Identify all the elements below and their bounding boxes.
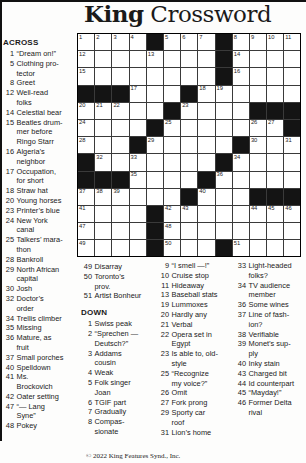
clue-text: Oater setting <box>17 392 59 402</box>
white-cell[interactable]: 34 <box>233 154 249 170</box>
clue-text: Clothing pro- tector <box>17 59 59 79</box>
clue-text: Beatles drum- mer before Ringo Starr <box>17 118 63 147</box>
clue-text: Charged bit <box>249 369 287 379</box>
clue-text: North African capital <box>17 265 60 285</box>
clue-text: Josh <box>17 284 33 294</box>
cell-number: 11 <box>285 35 291 41</box>
white-cell[interactable]: 19 <box>216 86 232 102</box>
white-cell[interactable] <box>164 172 180 188</box>
clue-row: 43Charged bit <box>234 369 306 379</box>
white-cell[interactable] <box>147 172 163 188</box>
cell-number: 21 <box>96 103 102 109</box>
title-king: King <box>84 0 144 27</box>
black-cell <box>216 68 232 84</box>
clue-number: 10 <box>157 271 172 281</box>
black-cell <box>112 172 128 188</box>
cell-number: 17 <box>131 86 137 92</box>
black-cell <box>267 103 283 119</box>
white-cell[interactable] <box>216 137 232 153</box>
white-cell[interactable] <box>164 189 180 205</box>
white-cell[interactable] <box>216 120 232 136</box>
white-cell[interactable] <box>147 189 163 205</box>
white-cell[interactable] <box>147 86 163 102</box>
white-cell[interactable]: 48 <box>164 223 180 239</box>
clue-text: Inky stain <box>249 359 280 369</box>
clue-number: 51 <box>80 291 95 301</box>
white-cell[interactable] <box>250 223 266 239</box>
clue-text: Lion’s home <box>172 428 212 438</box>
white-cell[interactable]: 10 <box>267 34 283 50</box>
clue-number: 5 <box>2 59 17 69</box>
white-cell[interactable]: 28 <box>78 137 94 153</box>
clue-row: 40Inky stain <box>234 359 306 369</box>
white-cell[interactable] <box>198 68 214 84</box>
clue-text: Fork prong <box>172 398 208 408</box>
across-header: ACROSS <box>3 38 76 47</box>
white-cell[interactable]: 40 <box>198 189 214 205</box>
clue-number: 17 <box>2 167 17 177</box>
clue-text: Well-read folks <box>17 88 49 108</box>
cell-number: 16 <box>234 69 240 75</box>
white-cell[interactable] <box>147 68 163 84</box>
white-cell[interactable] <box>164 137 180 153</box>
clue-number: 4 <box>80 368 95 378</box>
white-cell[interactable] <box>112 154 128 170</box>
cell-number: 24 <box>79 120 85 126</box>
clue-text: Folk singer Joan <box>95 378 131 398</box>
white-cell[interactable] <box>181 172 197 188</box>
white-cell[interactable]: 31 <box>284 137 300 153</box>
white-cell[interactable] <box>95 51 111 67</box>
across-clue-list: 1“Dream on!”5Clothing pro- tector8Greet1… <box>2 49 76 431</box>
white-cell[interactable] <box>267 172 283 188</box>
white-cell[interactable]: 3 <box>112 34 128 50</box>
cell-number: 51 <box>234 241 240 247</box>
clue-text: “Dream on!” <box>17 49 56 59</box>
clue-number: 1 <box>80 319 95 329</box>
clue-row: 27Fork prong <box>157 398 236 408</box>
white-cell[interactable]: 49 <box>78 240 94 256</box>
clue-number: 41 <box>2 372 17 382</box>
clue-text: Addams cousin <box>95 349 122 369</box>
clue-number: 35 <box>2 323 17 333</box>
white-cell[interactable]: 50 <box>164 240 180 256</box>
cell-number: 22 <box>113 103 119 109</box>
clue-number: 22 <box>157 330 172 340</box>
clue-number: 36 <box>2 333 17 343</box>
clue-number: 34 <box>234 281 249 291</box>
white-cell[interactable]: 9 <box>250 34 266 50</box>
cell-number: 41 <box>79 206 85 212</box>
clue-text: Printer’s blue <box>17 206 60 216</box>
white-cell[interactable] <box>164 51 180 67</box>
clue-text: Cruise stop <box>172 271 209 281</box>
white-cell[interactable] <box>250 86 266 102</box>
black-cell <box>216 240 232 256</box>
across-clue-list-tail: 49Disarray50Toronto’s prov.51Artist Bonh… <box>80 262 157 301</box>
clue-text: Is able to, old- style <box>172 349 218 369</box>
cell-number: 33 <box>131 155 137 161</box>
clue-row: 23Printer’s blue <box>2 206 76 216</box>
cell-number: 5 <box>165 35 168 41</box>
clue-text: Line of fash- ion? <box>249 310 290 330</box>
white-cell[interactable] <box>233 206 249 222</box>
clue-text: Algeria’s neighbor <box>17 147 46 167</box>
clue-number: 21 <box>157 320 172 330</box>
clue-row: 25Talkers’ mara- thon <box>2 235 76 255</box>
clue-text: Hideaway <box>172 281 204 291</box>
white-cell[interactable]: 30 <box>250 137 266 153</box>
clue-row: 48Pokey <box>2 421 76 431</box>
white-cell[interactable] <box>181 240 197 256</box>
clue-text: Omit <box>172 388 188 398</box>
black-cell <box>78 154 94 170</box>
clue-number: 43 <box>234 369 249 379</box>
white-cell[interactable] <box>233 189 249 205</box>
clue-text: Weak <box>95 368 114 378</box>
clue-number: 23 <box>2 206 17 216</box>
clue-text: Light-headed folks? <box>249 261 292 281</box>
clue-row: 21Verbal <box>157 320 236 330</box>
white-cell[interactable]: 37 <box>78 189 94 205</box>
white-cell[interactable] <box>198 154 214 170</box>
clue-text: Disarray <box>95 262 123 272</box>
clue-row: 22Opera set in Egypt <box>157 330 236 350</box>
clue-row: 50Toronto’s prov. <box>80 272 157 292</box>
white-cell[interactable]: 1 <box>78 34 94 50</box>
white-cell[interactable]: 43 <box>181 206 197 222</box>
white-cell[interactable] <box>284 223 300 239</box>
white-cell[interactable]: 41 <box>78 206 94 222</box>
white-cell[interactable]: 47 <box>78 223 94 239</box>
white-cell[interactable] <box>198 51 214 67</box>
down-clue-list-3: 33Light-headed folks?34TV audience membe… <box>234 261 306 418</box>
white-cell[interactable] <box>250 154 266 170</box>
cell-number: 10 <box>268 35 274 41</box>
white-cell[interactable] <box>112 223 128 239</box>
white-cell[interactable] <box>95 240 111 256</box>
white-cell[interactable]: 45 <box>267 206 283 222</box>
white-cell[interactable] <box>164 154 180 170</box>
cell-number: 46 <box>285 206 291 212</box>
clue-row: 37Line of fash- ion? <box>234 310 306 330</box>
white-cell[interactable] <box>147 103 163 119</box>
cell-number: 23 <box>182 103 188 109</box>
white-cell[interactable] <box>95 206 111 222</box>
clue-number: 25 <box>2 235 17 245</box>
white-cell[interactable]: 2 <box>95 34 111 50</box>
cell-number: 44 <box>251 206 257 212</box>
white-cell[interactable] <box>284 240 300 256</box>
white-cell[interactable]: 21 <box>95 103 111 119</box>
white-cell[interactable] <box>284 172 300 188</box>
white-cell[interactable]: 5 <box>164 34 180 50</box>
white-cell[interactable] <box>250 240 266 256</box>
white-cell[interactable] <box>284 86 300 102</box>
black-cell <box>284 120 300 136</box>
down-header: DOWN <box>81 308 157 317</box>
white-cell[interactable]: 24 <box>78 120 94 136</box>
clue-text: Baseball stats <box>172 290 218 300</box>
white-cell[interactable]: 4 <box>130 34 146 50</box>
black-cell <box>181 189 197 205</box>
clue-text: Id counterpart <box>249 379 295 389</box>
clue-number: 20 <box>2 196 17 206</box>
white-cell[interactable] <box>95 137 111 153</box>
page-title: King Crossword <box>84 0 234 27</box>
clue-row: 2“Sprechen — Deutsch?” <box>80 329 157 349</box>
clue-number: 18 <box>2 186 17 196</box>
white-cell[interactable] <box>233 86 249 102</box>
clue-row: 28Bankroll <box>2 255 76 265</box>
white-cell[interactable]: 35 <box>130 172 146 188</box>
white-cell[interactable]: 7 <box>198 34 214 50</box>
white-cell[interactable] <box>284 68 300 84</box>
clue-row: 23Is able to, old- style <box>157 349 236 369</box>
white-cell[interactable]: 25 <box>164 120 180 136</box>
white-cell[interactable] <box>198 223 214 239</box>
white-cell[interactable]: 15 <box>78 68 94 84</box>
white-cell[interactable] <box>112 137 128 153</box>
white-cell[interactable]: 20 <box>78 103 94 119</box>
white-cell[interactable] <box>112 206 128 222</box>
cell-number: 18 <box>199 86 205 92</box>
clue-number: 31 <box>157 428 172 438</box>
white-cell[interactable] <box>267 154 283 170</box>
clue-row: 29North African capital <box>2 265 76 285</box>
white-cell[interactable]: 27 <box>267 120 283 136</box>
cell-number: 13 <box>148 52 154 58</box>
white-cell[interactable] <box>181 51 197 67</box>
white-cell[interactable] <box>181 120 197 136</box>
clue-text: Pokey <box>17 421 38 431</box>
white-cell[interactable] <box>250 172 266 188</box>
clue-row: 40Spelldown <box>2 363 76 373</box>
white-cell[interactable] <box>216 189 232 205</box>
white-cell[interactable]: 14 <box>233 51 249 67</box>
white-cell[interactable] <box>112 120 128 136</box>
clue-text: Celestial bear <box>17 108 62 118</box>
clue-number: 2 <box>80 329 95 339</box>
cell-number: 48 <box>165 224 171 230</box>
cell-number: 26 <box>251 120 257 126</box>
cell-number: 36 <box>217 172 223 178</box>
white-cell[interactable]: 42 <box>164 206 180 222</box>
white-cell[interactable] <box>198 120 214 136</box>
white-cell[interactable] <box>112 68 128 84</box>
white-cell[interactable] <box>147 154 163 170</box>
white-cell[interactable] <box>267 223 283 239</box>
white-cell[interactable] <box>198 103 214 119</box>
clue-number: 50 <box>80 272 95 282</box>
white-cell[interactable]: 29 <box>147 137 163 153</box>
clue-row: 25“Recognize my voice?” <box>157 369 236 389</box>
white-cell[interactable] <box>95 120 111 136</box>
clue-text: Doctor’s order <box>17 294 44 314</box>
white-cell[interactable] <box>284 154 300 170</box>
clue-number: 19 <box>157 300 172 310</box>
clue-row: 29Sporty car roof <box>157 408 236 428</box>
white-cell[interactable] <box>216 223 232 239</box>
black-cell <box>250 189 266 205</box>
white-cell[interactable] <box>267 137 283 153</box>
clue-text: Toronto’s prov. <box>95 272 125 292</box>
clue-row: 49Disarray <box>80 262 157 272</box>
white-cell[interactable] <box>130 240 146 256</box>
white-cell[interactable] <box>284 51 300 67</box>
clue-number: 30 <box>2 284 17 294</box>
white-cell[interactable] <box>130 51 146 67</box>
white-cell[interactable] <box>181 154 197 170</box>
clue-number: 13 <box>157 290 172 300</box>
clue-number: 37 <box>234 310 249 320</box>
clue-text: New York canal <box>17 216 48 236</box>
white-cell[interactable] <box>198 206 214 222</box>
clue-row: 15Beatles drum- mer before Ringo Starr <box>2 118 76 147</box>
white-cell[interactable] <box>267 68 283 84</box>
white-cell[interactable]: 33 <box>130 154 146 170</box>
black-cell <box>284 189 300 205</box>
clue-row: 42Oater setting <box>2 392 76 402</box>
white-cell[interactable] <box>130 103 146 119</box>
white-cell[interactable]: 8 <box>233 34 249 50</box>
white-cell[interactable] <box>216 103 232 119</box>
white-cell[interactable] <box>198 240 214 256</box>
clue-text: Monet’s sup- ply <box>249 339 291 359</box>
white-cell[interactable] <box>233 223 249 239</box>
white-cell[interactable] <box>233 103 249 119</box>
clue-text: “— Lang Syne” <box>17 402 45 422</box>
black-cell <box>164 103 180 119</box>
cell-number: 9 <box>251 35 254 41</box>
white-cell[interactable] <box>130 189 146 205</box>
white-cell[interactable] <box>198 137 214 153</box>
clue-row: 5Folk singer Joan <box>80 378 157 398</box>
white-cell[interactable]: 44 <box>250 206 266 222</box>
white-cell[interactable] <box>250 51 266 67</box>
clue-text: Bankroll <box>17 255 44 265</box>
white-cell[interactable] <box>216 206 232 222</box>
white-cell[interactable] <box>181 68 197 84</box>
white-cell[interactable] <box>130 223 146 239</box>
white-cell[interactable] <box>233 172 249 188</box>
across-clue-column: ACROSS 1“Dream on!”5Clothing pro- tector… <box>2 38 76 431</box>
cell-number: 49 <box>79 241 85 247</box>
white-cell[interactable]: 17 <box>130 86 146 102</box>
clue-row: 36Some wines <box>234 300 306 310</box>
clue-number: 49 <box>80 262 95 272</box>
clue-number: 38 <box>234 330 249 340</box>
clue-number: 44 <box>234 379 249 389</box>
white-cell[interactable] <box>181 137 197 153</box>
clue-row: 1“Dream on!” <box>2 49 76 59</box>
clue-row: 46Former Delta rival <box>234 398 306 418</box>
clue-text: Hardly any <box>172 310 207 320</box>
clue-number: 25 <box>157 369 172 379</box>
clue-text: “I smell —!” <box>172 261 210 271</box>
clue-row: 3Addams cousin <box>80 349 157 369</box>
clue-row: 17Occupation, for short <box>2 167 76 187</box>
cell-number: 37 <box>79 189 85 195</box>
clue-number: 33 <box>234 261 249 271</box>
white-cell[interactable]: 46 <box>284 206 300 222</box>
clue-row: 26Omit <box>157 388 236 398</box>
white-cell[interactable]: 6 <box>181 34 197 50</box>
black-cell <box>216 51 232 67</box>
clue-text: Straw hat <box>17 186 48 196</box>
clue-number: 46 <box>234 398 249 408</box>
clue-number: 20 <box>157 310 172 320</box>
white-cell[interactable] <box>267 240 283 256</box>
clue-number: 11 <box>157 281 172 291</box>
clue-number: 5 <box>80 378 95 388</box>
white-cell[interactable]: 51 <box>233 240 249 256</box>
white-cell[interactable] <box>267 86 283 102</box>
white-cell[interactable]: 26 <box>250 120 266 136</box>
white-cell[interactable] <box>112 51 128 67</box>
white-cell[interactable] <box>164 68 180 84</box>
white-cell[interactable] <box>130 206 146 222</box>
white-cell[interactable] <box>95 68 111 84</box>
white-cell[interactable]: 23 <box>181 103 197 119</box>
clue-number: 15 <box>2 118 17 128</box>
clue-row: 35Missing <box>2 323 76 333</box>
white-cell[interactable]: 39 <box>112 189 128 205</box>
clue-number: 23 <box>157 349 172 359</box>
cell-number: 19 <box>217 86 223 92</box>
white-cell[interactable] <box>181 223 197 239</box>
black-cell <box>112 86 128 102</box>
white-cell[interactable]: 16 <box>233 68 249 84</box>
white-cell[interactable]: 18 <box>198 86 214 102</box>
clue-text: “Mayday!” <box>249 388 282 398</box>
white-cell[interactable] <box>95 223 111 239</box>
white-cell[interactable] <box>130 68 146 84</box>
black-cell <box>181 86 197 102</box>
clue-text: Gradually <box>95 407 127 417</box>
white-cell[interactable] <box>250 68 266 84</box>
white-cell[interactable]: 32 <box>95 154 111 170</box>
white-cell[interactable]: 22 <box>112 103 128 119</box>
white-cell[interactable] <box>233 120 249 136</box>
white-cell[interactable] <box>164 86 180 102</box>
clue-number: 34 <box>2 314 17 324</box>
white-cell[interactable]: 13 <box>147 51 163 67</box>
white-cell[interactable]: 12 <box>78 51 94 67</box>
black-cell <box>198 172 214 188</box>
clue-row: 32Doctor’s order <box>2 294 76 314</box>
clue-number: 42 <box>2 392 17 402</box>
cell-number: 8 <box>234 35 237 41</box>
black-cell <box>95 86 111 102</box>
white-cell[interactable] <box>267 51 283 67</box>
white-cell[interactable]: 36 <box>216 172 232 188</box>
cell-number: 15 <box>79 69 85 75</box>
white-cell[interactable] <box>130 120 146 136</box>
black-cell <box>233 137 249 153</box>
white-cell[interactable] <box>112 240 128 256</box>
clue-number: 36 <box>234 300 249 310</box>
clue-number: 24 <box>2 216 17 226</box>
cell-number: 29 <box>148 138 154 144</box>
cell-number: 45 <box>268 206 274 212</box>
clue-row: 41Ms. Brockovich <box>2 372 76 392</box>
white-cell[interactable]: 11 <box>284 34 300 50</box>
clue-text: Swiss peak <box>95 319 132 329</box>
cell-number: 31 <box>285 138 291 144</box>
white-cell[interactable]: 38 <box>95 189 111 205</box>
clue-number: 3 <box>80 349 95 359</box>
